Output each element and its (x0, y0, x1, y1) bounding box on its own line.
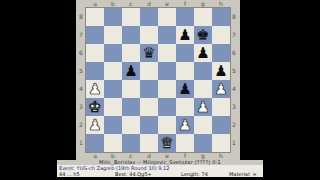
square-e8[interactable] (158, 8, 176, 26)
square-d1[interactable] (140, 134, 158, 152)
rank-labels-left: 87654321 (76, 8, 86, 152)
file-label-b: b (104, 152, 122, 159)
file-label-c: c (122, 0, 140, 8)
square-a5[interactable] (86, 62, 104, 80)
chess-board[interactable]: ♟♚♛♟♟♟♟♟♟♚♟♟♟♛ (86, 8, 230, 152)
square-b7[interactable] (104, 26, 122, 44)
square-a3[interactable]: ♚ (86, 98, 104, 116)
current-move: 44 ... h5 (59, 171, 115, 177)
square-f7[interactable]: ♟ (176, 26, 194, 44)
square-f1[interactable] (176, 134, 194, 152)
square-g6[interactable]: ♟ (194, 44, 212, 62)
rank-label-3: 3 (230, 98, 238, 116)
square-c3[interactable] (122, 98, 140, 116)
black-pawn[interactable]: ♟ (212, 62, 230, 80)
black-pawn[interactable]: ♟ (122, 62, 140, 80)
square-h2[interactable] (212, 116, 230, 134)
square-a2[interactable]: ♟ (86, 116, 104, 134)
file-label-f: f (176, 152, 194, 159)
square-f4[interactable]: ♟ (176, 80, 194, 98)
video-frame: abcdefgh 87654321 ♟♚♛♟♟♟♟♟♟♚♟♟♟♛ 8765432… (0, 0, 320, 180)
square-g4[interactable] (194, 80, 212, 98)
analysis-line: 44 ... h5 Best: 44.Qg5+ Length: 74 Mater… (59, 171, 261, 177)
material-balance: Material: = (229, 171, 257, 177)
rank-label-8: 8 (76, 8, 86, 26)
file-label-g: g (194, 152, 212, 159)
square-f3[interactable] (176, 98, 194, 116)
square-h3[interactable] (212, 98, 230, 116)
file-labels-top: abcdefgh (86, 0, 240, 8)
file-label-f: f (176, 0, 194, 8)
rank-label-3: 3 (76, 98, 86, 116)
square-e1[interactable]: ♛ (158, 134, 176, 152)
white-pawn[interactable]: ♟ (86, 80, 104, 98)
rank-label-6: 6 (76, 44, 86, 62)
square-g7[interactable]: ♚ (194, 26, 212, 44)
square-f8[interactable] (176, 8, 194, 26)
rank-label-1: 1 (76, 134, 86, 152)
square-f2[interactable]: ♟ (176, 116, 194, 134)
square-a4[interactable]: ♟ (86, 80, 104, 98)
square-d6[interactable]: ♛ (140, 44, 158, 62)
square-b2[interactable] (104, 116, 122, 134)
rank-label-5: 5 (230, 62, 238, 80)
square-d3[interactable] (140, 98, 158, 116)
black-queen[interactable]: ♛ (140, 44, 158, 62)
rank-label-4: 4 (230, 80, 238, 98)
square-g8[interactable] (194, 8, 212, 26)
square-b6[interactable] (104, 44, 122, 62)
white-pawn[interactable]: ♟ (212, 80, 230, 98)
caption-panel: Milic_Borislav -- Milojevic_Svetozar (??… (57, 160, 263, 177)
white-queen[interactable]: ♛ (158, 134, 176, 152)
square-c1[interactable] (122, 134, 140, 152)
square-f5[interactable] (176, 62, 194, 80)
square-g1[interactable] (194, 134, 212, 152)
best-move: Best: 44.Qg5+ (115, 171, 181, 177)
square-e7[interactable] (158, 26, 176, 44)
file-label-e: e (158, 0, 176, 8)
game-length: Length: 74 (181, 171, 229, 177)
square-a8[interactable] (86, 8, 104, 26)
rank-label-7: 7 (76, 26, 86, 44)
square-c5[interactable]: ♟ (122, 62, 140, 80)
rank-labels-right: 87654321 (230, 8, 238, 152)
file-labels-bottom: abcdefgh (86, 152, 240, 159)
black-pawn[interactable]: ♟ (194, 44, 212, 62)
rank-label-2: 2 (76, 116, 86, 134)
file-label-h: h (212, 152, 230, 159)
square-d7[interactable] (140, 26, 158, 44)
square-g2[interactable] (194, 116, 212, 134)
square-f6[interactable] (176, 44, 194, 62)
file-label-g: g (194, 0, 212, 8)
square-h5[interactable]: ♟ (212, 62, 230, 80)
file-label-a: a (86, 0, 104, 8)
square-e5[interactable] (158, 62, 176, 80)
file-label-d: d (140, 0, 158, 8)
square-h1[interactable] (212, 134, 230, 152)
white-king[interactable]: ♚ (86, 98, 104, 116)
square-d4[interactable] (140, 80, 158, 98)
rank-label-4: 4 (76, 80, 86, 98)
square-d8[interactable] (140, 8, 158, 26)
square-b8[interactable] (104, 8, 122, 26)
square-b1[interactable] (104, 134, 122, 152)
file-label-a: a (86, 152, 104, 159)
white-pawn[interactable]: ♟ (176, 116, 194, 134)
black-pawn[interactable]: ♟ (176, 80, 194, 98)
rank-label-2: 2 (230, 116, 238, 134)
square-c6[interactable] (122, 44, 140, 62)
white-pawn[interactable]: ♟ (194, 98, 212, 116)
square-b3[interactable] (104, 98, 122, 116)
black-king[interactable]: ♚ (194, 26, 212, 44)
square-d5[interactable] (140, 62, 158, 80)
square-h6[interactable] (212, 44, 230, 62)
square-d2[interactable] (140, 116, 158, 134)
file-label-d: d (140, 152, 158, 159)
square-a6[interactable] (86, 44, 104, 62)
square-h4[interactable]: ♟ (212, 80, 230, 98)
rank-label-8: 8 (230, 8, 238, 26)
rank-label-7: 7 (230, 26, 238, 44)
square-a7[interactable] (86, 26, 104, 44)
square-e6[interactable] (158, 44, 176, 62)
square-c4[interactable] (122, 80, 140, 98)
square-b4[interactable] (104, 80, 122, 98)
file-label-b: b (104, 0, 122, 8)
square-g5[interactable] (194, 62, 212, 80)
square-c8[interactable] (122, 8, 140, 26)
file-label-h: h (212, 0, 230, 8)
square-e3[interactable] (158, 98, 176, 116)
black-pawn[interactable]: ♟ (176, 26, 194, 44)
file-label-e: e (158, 152, 176, 159)
white-pawn[interactable]: ♟ (86, 116, 104, 134)
chess-diagram: abcdefgh 87654321 ♟♚♛♟♟♟♟♟♟♚♟♟♟♛ 8765432… (76, 0, 240, 160)
square-c7[interactable] (122, 26, 140, 44)
square-g3[interactable]: ♟ (194, 98, 212, 116)
square-e2[interactable] (158, 116, 176, 134)
square-b5[interactable] (104, 62, 122, 80)
square-h7[interactable] (212, 26, 230, 44)
rank-label-5: 5 (76, 62, 86, 80)
file-label-c: c (122, 152, 140, 159)
square-a1[interactable] (86, 134, 104, 152)
square-e4[interactable] (158, 80, 176, 98)
rank-label-6: 6 (230, 44, 238, 62)
rank-label-1: 1 (230, 134, 238, 152)
square-h8[interactable] (212, 8, 230, 26)
square-c2[interactable] (122, 116, 140, 134)
game-info-box: Event: YUG-ch Zagreb (19th Round 10) 9.1… (57, 165, 263, 177)
